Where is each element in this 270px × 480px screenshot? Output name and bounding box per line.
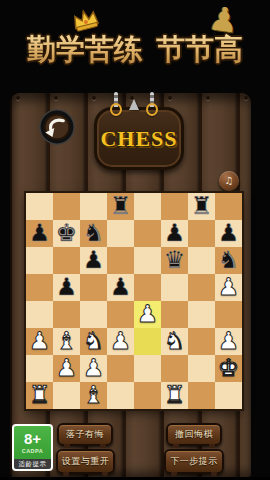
black-rook-d8[interactable]: ♜	[107, 193, 134, 220]
nail-decoration	[54, 96, 58, 100]
square-f2[interactable]	[161, 355, 188, 382]
metal-spike-icon	[129, 99, 139, 110]
next-move-hint-button[interactable]: 下一步提示	[164, 449, 224, 474]
square-h3[interactable]: ♟	[215, 328, 242, 355]
black-queen-f6[interactable]: ♛	[161, 247, 188, 274]
square-e2[interactable]	[134, 355, 161, 382]
black-pawn-h7[interactable]: ♟	[215, 220, 242, 247]
black-pawn-c6[interactable]: ♟	[80, 247, 107, 274]
square-b8[interactable]	[53, 193, 80, 220]
square-h4[interactable]	[215, 301, 242, 328]
square-a6[interactable]	[26, 247, 53, 274]
title-banner: 勤学苦练 节节高	[0, 30, 270, 70]
square-e1[interactable]	[134, 382, 161, 409]
nail-decoration	[92, 96, 96, 100]
nail-decoration	[168, 96, 172, 100]
square-g1[interactable]	[188, 382, 215, 409]
black-pawn-a7[interactable]: ♟	[26, 220, 53, 247]
square-b1[interactable]	[53, 382, 80, 409]
square-f7[interactable]: ♟	[161, 220, 188, 247]
square-h1[interactable]	[215, 382, 242, 409]
settings-restart-button[interactable]: 设置与重开	[56, 449, 115, 474]
square-h5[interactable]: ♟	[215, 274, 242, 301]
square-a8[interactable]	[26, 193, 53, 220]
square-b4[interactable]	[53, 301, 80, 328]
undo-allowed-toggle-button[interactable]: 落子有悔	[57, 423, 113, 446]
square-d3[interactable]: ♟	[107, 328, 134, 355]
square-e8[interactable]	[134, 193, 161, 220]
square-f5[interactable]	[161, 274, 188, 301]
square-e3[interactable]	[134, 328, 161, 355]
square-a5[interactable]	[26, 274, 53, 301]
square-c6[interactable]: ♟	[80, 247, 107, 274]
white-bishop-b3[interactable]: ♝	[53, 328, 80, 355]
square-a3[interactable]: ♟	[26, 328, 53, 355]
black-pawn-d5[interactable]: ♟	[107, 274, 134, 301]
square-h8[interactable]	[215, 193, 242, 220]
chess-sign-label: CHESS	[100, 126, 177, 152]
white-pawn-h5[interactable]: ♟	[215, 274, 242, 301]
chess-sign: CHESS	[94, 107, 184, 170]
white-rook-a1[interactable]: ♜	[26, 382, 53, 409]
black-rook-g8[interactable]: ♜	[188, 193, 215, 220]
black-king-b7[interactable]: ♚	[53, 220, 80, 247]
square-f3[interactable]: ♞	[161, 328, 188, 355]
black-pawn-f7[interactable]: ♟	[161, 220, 188, 247]
age-rating-value: 8+	[24, 431, 41, 446]
square-e4[interactable]: ♟	[134, 301, 161, 328]
slogan-right: 节节高	[156, 30, 243, 70]
square-d1[interactable]	[107, 382, 134, 409]
nail-decoration	[206, 96, 210, 100]
square-e7[interactable]	[134, 220, 161, 247]
square-f1[interactable]: ♜	[161, 382, 188, 409]
square-b5[interactable]: ♟	[53, 274, 80, 301]
square-g2[interactable]	[188, 355, 215, 382]
black-pawn-b5[interactable]: ♟	[53, 274, 80, 301]
white-pawn-c2[interactable]: ♟	[80, 355, 107, 382]
square-d8[interactable]: ♜	[107, 193, 134, 220]
square-h7[interactable]: ♟	[215, 220, 242, 247]
square-h6[interactable]: ♞	[215, 247, 242, 274]
undo-move-button[interactable]: 撤回悔棋	[166, 423, 222, 446]
square-h2[interactable]: ♚	[215, 355, 242, 382]
age-rating-org: CADPA	[22, 448, 44, 454]
square-g8[interactable]: ♜	[188, 193, 215, 220]
black-knight-h6[interactable]: ♞	[215, 247, 242, 274]
slogan-left: 勤学苦练	[27, 30, 143, 70]
square-g6[interactable]	[188, 247, 215, 274]
square-b6[interactable]	[53, 247, 80, 274]
square-c3[interactable]: ♞	[80, 328, 107, 355]
music-button[interactable]: ♫	[219, 171, 239, 191]
chess-board: ♜♜♟♚♞♟♟♟♛♞♟♟♟♟♟♝♞♟♞♟♟♟♚♜♝♜	[26, 193, 242, 409]
white-knight-f3[interactable]: ♞	[161, 328, 188, 355]
white-pawn-d3[interactable]: ♟	[107, 328, 134, 355]
white-pawn-h3[interactable]: ♟	[215, 328, 242, 355]
white-pawn-a3[interactable]: ♟	[26, 328, 53, 355]
gold-hook-right	[146, 103, 158, 116]
square-g4[interactable]	[188, 301, 215, 328]
square-c4[interactable]	[80, 301, 107, 328]
square-c5[interactable]	[80, 274, 107, 301]
square-a4[interactable]	[26, 301, 53, 328]
square-d5[interactable]: ♟	[107, 274, 134, 301]
square-b2[interactable]: ♟	[53, 355, 80, 382]
nail-decoration	[16, 96, 20, 100]
square-b7[interactable]: ♚	[53, 220, 80, 247]
square-d4[interactable]	[107, 301, 134, 328]
square-d6[interactable]	[107, 247, 134, 274]
white-pawn-e4[interactable]: ♟	[134, 301, 161, 328]
square-a2[interactable]	[26, 355, 53, 382]
white-knight-c3[interactable]: ♞	[80, 328, 107, 355]
nail-decoration	[244, 96, 248, 100]
age-rating-green-panel: 8+ CADPA	[14, 426, 51, 459]
age-rating-caption: 适龄提示	[14, 459, 51, 469]
square-f4[interactable]	[161, 301, 188, 328]
white-rook-f1[interactable]: ♜	[161, 382, 188, 409]
square-b3[interactable]: ♝	[53, 328, 80, 355]
music-note-icon: ♫	[225, 176, 234, 186]
square-d7[interactable]	[107, 220, 134, 247]
square-c8[interactable]	[80, 193, 107, 220]
age-rating-badge: 8+ CADPA 适龄提示	[12, 424, 53, 471]
white-bishop-c1[interactable]: ♝	[80, 382, 107, 409]
white-king-h2[interactable]: ♚	[215, 355, 242, 382]
black-knight-c7[interactable]: ♞	[80, 220, 107, 247]
square-e6[interactable]	[134, 247, 161, 274]
square-a7[interactable]: ♟	[26, 220, 53, 247]
square-d2[interactable]	[107, 355, 134, 382]
square-c1[interactable]: ♝	[80, 382, 107, 409]
white-pawn-b2[interactable]: ♟	[53, 355, 80, 382]
square-c7[interactable]: ♞	[80, 220, 107, 247]
square-g7[interactable]	[188, 220, 215, 247]
square-f8[interactable]	[161, 193, 188, 220]
square-f6[interactable]: ♛	[161, 247, 188, 274]
square-e5[interactable]	[134, 274, 161, 301]
back-button[interactable]	[39, 109, 75, 145]
square-g5[interactable]	[188, 274, 215, 301]
square-c2[interactable]: ♟	[80, 355, 107, 382]
square-g3[interactable]	[188, 328, 215, 355]
gold-hook-left	[110, 103, 122, 116]
square-a1[interactable]: ♜	[26, 382, 53, 409]
app-screen: 勤学苦练 节节高 ♟ CHESS ♫ ♜♜♟♚♞♟♟♟♛♞♟♟♟♟♟♝♞♟♞♟♟…	[0, 0, 270, 480]
